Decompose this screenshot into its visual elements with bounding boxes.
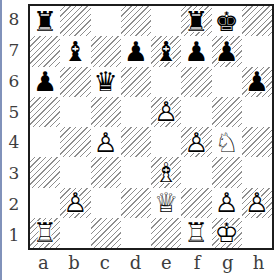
square-b6[interactable]	[60, 67, 90, 97]
white-queen-backing: ♛	[151, 188, 181, 218]
piece-white-bishop: ♗	[151, 157, 181, 187]
square-d6[interactable]	[121, 67, 151, 97]
square-g8[interactable]: ♚♚	[212, 6, 242, 36]
piece-white-pawn: ♙	[242, 188, 272, 218]
square-d7[interactable]: ♟♟	[121, 36, 151, 66]
square-a6[interactable]: ♟♟	[30, 67, 60, 97]
square-e5[interactable]: ♟♙	[151, 97, 181, 127]
piece-black-pawn: ♟	[121, 36, 151, 66]
piece-black-pawn: ♟	[181, 36, 211, 66]
white-king-backing: ♚	[212, 218, 242, 248]
square-h4[interactable]	[242, 127, 272, 157]
square-b2[interactable]: ♟♙	[60, 188, 90, 218]
rank-label-1: 1	[0, 219, 28, 250]
square-f4[interactable]: ♟♙	[181, 127, 211, 157]
piece-white-pawn: ♙	[212, 188, 242, 218]
square-g1[interactable]: ♚♔	[212, 218, 242, 248]
black-pawn-backing: ♟	[242, 67, 272, 97]
square-h2[interactable]: ♟♙	[242, 188, 272, 218]
piece-black-rook: ♜	[181, 6, 211, 36]
square-e7[interactable]: ♝♝	[151, 36, 181, 66]
white-bishop-backing: ♝	[151, 157, 181, 187]
file-label-a: a	[28, 252, 59, 278]
rank-label-8: 8	[0, 4, 28, 35]
piece-white-knight: ♘	[212, 127, 242, 157]
square-g6[interactable]	[212, 67, 242, 97]
white-knight-backing: ♞	[212, 127, 242, 157]
square-d4[interactable]	[121, 127, 151, 157]
white-pawn-backing: ♟	[60, 188, 90, 218]
square-e1[interactable]	[151, 218, 181, 248]
square-h7[interactable]	[242, 36, 272, 66]
piece-white-pawn: ♙	[60, 188, 90, 218]
chess-diagram: 87654321 ♜♜♜♜♚♚♝♝♟♟♝♝♟♟♟♟♟♟♛♛♟♟♟♙♟♙♟♙♞♘♝…	[0, 0, 279, 280]
square-f1[interactable]: ♜♖	[181, 218, 211, 248]
file-label-h: h	[243, 252, 274, 278]
square-a2[interactable]	[30, 188, 60, 218]
piece-white-rook: ♖	[181, 218, 211, 248]
square-d2[interactable]	[121, 188, 151, 218]
black-rook-backing: ♜	[30, 6, 60, 36]
rank-labels: 87654321	[0, 4, 28, 250]
square-c5[interactable]	[91, 97, 121, 127]
square-c1[interactable]	[91, 218, 121, 248]
piece-white-king: ♔	[212, 218, 242, 248]
piece-white-rook: ♖	[30, 218, 60, 248]
square-h3[interactable]	[242, 157, 272, 187]
square-h8[interactable]	[242, 6, 272, 36]
white-pawn-backing: ♟	[181, 127, 211, 157]
square-c3[interactable]	[91, 157, 121, 187]
file-label-e: e	[151, 252, 182, 278]
square-g4[interactable]: ♞♘	[212, 127, 242, 157]
white-rook-backing: ♜	[181, 218, 211, 248]
square-d8[interactable]	[121, 6, 151, 36]
square-f7[interactable]: ♟♟	[181, 36, 211, 66]
square-a3[interactable]	[30, 157, 60, 187]
file-labels: abcdefgh	[28, 252, 274, 278]
white-pawn-backing: ♟	[91, 127, 121, 157]
square-f2[interactable]	[181, 188, 211, 218]
piece-black-bishop: ♝	[151, 36, 181, 66]
piece-white-pawn: ♙	[91, 127, 121, 157]
white-pawn-backing: ♟	[242, 188, 272, 218]
square-c6[interactable]: ♛♛	[91, 67, 121, 97]
square-h5[interactable]	[242, 97, 272, 127]
piece-white-pawn: ♙	[181, 127, 211, 157]
piece-black-bishop: ♝	[60, 36, 90, 66]
square-g3[interactable]	[212, 157, 242, 187]
square-h6[interactable]: ♟♟	[242, 67, 272, 97]
square-h1[interactable]	[242, 218, 272, 248]
piece-black-king: ♚	[212, 6, 242, 36]
square-e6[interactable]	[151, 67, 181, 97]
square-a4[interactable]	[30, 127, 60, 157]
square-d5[interactable]	[121, 97, 151, 127]
black-queen-backing: ♛	[91, 67, 121, 97]
square-e2[interactable]: ♛♕	[151, 188, 181, 218]
square-e3[interactable]: ♝♗	[151, 157, 181, 187]
file-label-g: g	[213, 252, 244, 278]
square-f8[interactable]: ♜♜	[181, 6, 211, 36]
white-pawn-backing: ♟	[151, 97, 181, 127]
rank-label-5: 5	[0, 96, 28, 127]
file-label-d: d	[120, 252, 151, 278]
black-pawn-backing: ♟	[212, 36, 242, 66]
square-c7[interactable]	[91, 36, 121, 66]
piece-black-rook: ♜	[30, 6, 60, 36]
square-c8[interactable]	[91, 6, 121, 36]
white-pawn-backing: ♟	[212, 188, 242, 218]
file-label-b: b	[59, 252, 90, 278]
rank-label-4: 4	[0, 127, 28, 158]
square-b5[interactable]	[60, 97, 90, 127]
file-label-c: c	[90, 252, 121, 278]
black-king-backing: ♚	[212, 6, 242, 36]
square-e8[interactable]	[151, 6, 181, 36]
square-b3[interactable]	[60, 157, 90, 187]
square-d1[interactable]	[121, 218, 151, 248]
black-bishop-backing: ♝	[60, 36, 90, 66]
white-rook-backing: ♜	[30, 218, 60, 248]
square-c4[interactable]: ♟♙	[91, 127, 121, 157]
piece-white-pawn: ♙	[151, 97, 181, 127]
square-c2[interactable]	[91, 188, 121, 218]
square-b1[interactable]	[60, 218, 90, 248]
square-f3[interactable]	[181, 157, 211, 187]
black-rook-backing: ♜	[181, 6, 211, 36]
square-a7[interactable]	[30, 36, 60, 66]
square-a1[interactable]: ♜♖	[30, 218, 60, 248]
piece-black-queen: ♛	[91, 67, 121, 97]
square-b8[interactable]	[60, 6, 90, 36]
rank-label-3: 3	[0, 158, 28, 189]
square-a5[interactable]	[30, 97, 60, 127]
chess-board: ♜♜♜♜♚♚♝♝♟♟♝♝♟♟♟♟♟♟♛♛♟♟♟♙♟♙♟♙♞♘♝♗♟♙♛♕♟♙♟♙…	[28, 4, 274, 250]
file-label-f: f	[182, 252, 213, 278]
black-pawn-backing: ♟	[121, 36, 151, 66]
square-d3[interactable]	[121, 157, 151, 187]
piece-white-queen: ♕	[151, 188, 181, 218]
square-g5[interactable]	[212, 97, 242, 127]
rank-label-6: 6	[0, 66, 28, 97]
square-f5[interactable]	[181, 97, 211, 127]
square-g7[interactable]: ♟♟	[212, 36, 242, 66]
piece-black-pawn: ♟	[242, 67, 272, 97]
black-bishop-backing: ♝	[151, 36, 181, 66]
square-f6[interactable]	[181, 67, 211, 97]
square-e4[interactable]	[151, 127, 181, 157]
piece-black-pawn: ♟	[30, 67, 60, 97]
square-a8[interactable]: ♜♜	[30, 6, 60, 36]
rank-label-2: 2	[0, 189, 28, 220]
square-b4[interactable]	[60, 127, 90, 157]
rank-label-7: 7	[0, 35, 28, 66]
black-pawn-backing: ♟	[30, 67, 60, 97]
black-pawn-backing: ♟	[181, 36, 211, 66]
square-b7[interactable]: ♝♝	[60, 36, 90, 66]
square-g2[interactable]: ♟♙	[212, 188, 242, 218]
piece-black-pawn: ♟	[212, 36, 242, 66]
